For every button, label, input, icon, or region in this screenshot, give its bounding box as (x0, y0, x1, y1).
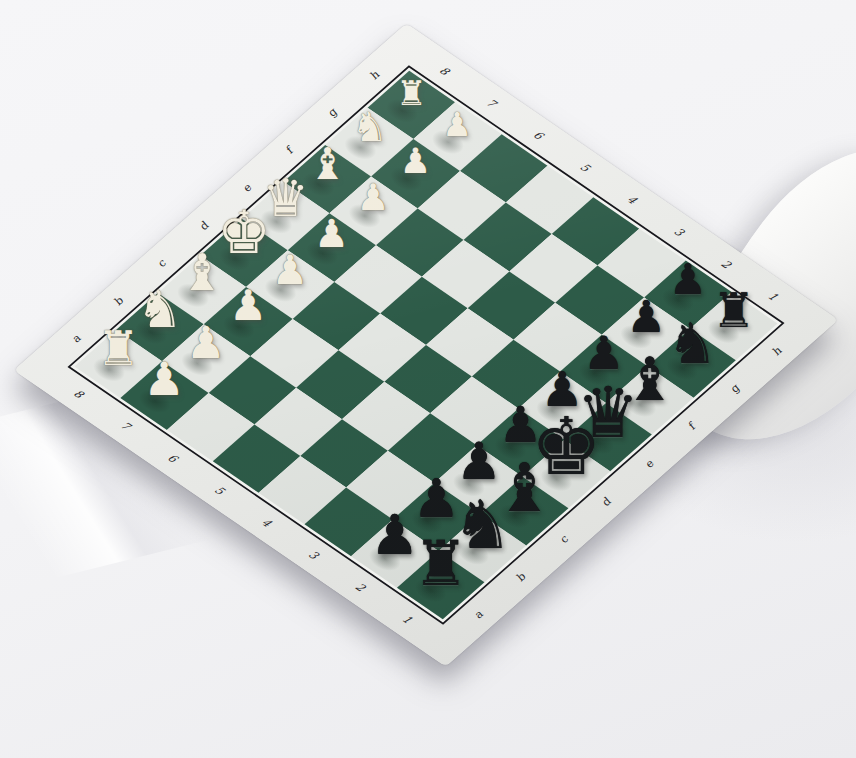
rank-label-1-upper: 1 (765, 290, 781, 303)
white-pawn-glyph: ♟ (443, 109, 473, 142)
file-label-d-right: d (598, 496, 614, 508)
file-label-c-right: c (555, 534, 571, 546)
file-label-h-left: h (366, 69, 383, 81)
rank-label-8-lower: 8 (71, 387, 87, 400)
file-label-b-left: b (110, 295, 126, 307)
white-pawn-glyph: ♟ (315, 215, 350, 254)
rank-label-5-upper: 5 (577, 161, 593, 174)
rank-label-7-lower: 7 (118, 419, 134, 432)
file-label-f-left: f (282, 145, 296, 155)
rank-label-3-upper: 3 (671, 225, 687, 238)
file-label-d-left: d (195, 220, 211, 232)
chess-mat: 8765432187654321abcdefghhgfedcba ♜♟♟♜♞♟♟… (14, 23, 838, 666)
file-label-e-right: e (640, 458, 656, 470)
white-bishop-glyph: ♝ (179, 247, 224, 298)
file-label-g-left: g (323, 107, 339, 119)
white-rook-glyph: ♜ (396, 77, 426, 111)
white-knight-glyph: ♞ (137, 284, 183, 336)
rank-label-4-lower: 4 (259, 516, 275, 529)
white-bishop-glyph: ♝ (308, 142, 347, 186)
white-pawn-glyph: ♟ (144, 357, 185, 403)
white-pawn-glyph: ♟ (229, 286, 267, 328)
rank-label-1-lower: 1 (400, 613, 416, 626)
mat-surface: 8765432187654321abcdefghhgfedcba ♜♟♟♜♞♟♟… (14, 23, 838, 666)
black-pawn-glyph: ♟ (669, 259, 707, 301)
black-pawn-glyph: ♟ (626, 294, 666, 338)
rank-label-7-upper: 7 (483, 97, 499, 110)
file-label-a-right: a (470, 609, 486, 621)
white-knight-glyph: ♞ (351, 108, 387, 148)
file-label-g-right: g (726, 383, 742, 395)
file-label-a-left: a (67, 333, 83, 345)
black-pawn-glyph: ♟ (583, 330, 624, 376)
rank-label-5-lower: 5 (212, 484, 228, 497)
file-label-h-right: h (768, 345, 785, 357)
white-king-glyph: ♚ (217, 203, 270, 263)
white-pawn-glyph: ♟ (187, 321, 227, 365)
rank-label-6-upper: 6 (530, 129, 546, 142)
rank-label-3-lower: 3 (306, 548, 322, 561)
rank-label-8-upper: 8 (436, 64, 452, 77)
photo-backdrop: 8765432187654321abcdefghhgfedcba ♜♟♟♜♞♟♟… (0, 0, 856, 758)
white-rook-glyph: ♜ (97, 323, 140, 371)
rank-label-2-upper: 2 (718, 258, 734, 271)
rank-label-6-lower: 6 (165, 452, 181, 465)
white-pawn-glyph: ♟ (357, 180, 390, 217)
black-rook-glyph: ♜ (712, 286, 755, 334)
white-pawn-glyph: ♟ (400, 144, 431, 179)
file-label-b-right: b (512, 571, 528, 583)
file-label-c-left: c (153, 258, 169, 270)
rank-label-4-upper: 4 (624, 193, 640, 206)
white-pawn-glyph: ♟ (272, 250, 308, 291)
black-rook-glyph: ♜ (413, 533, 469, 595)
file-label-f-right: f (684, 421, 698, 431)
rank-label-2-lower: 2 (353, 581, 369, 594)
file-label-e-left: e (238, 182, 254, 194)
